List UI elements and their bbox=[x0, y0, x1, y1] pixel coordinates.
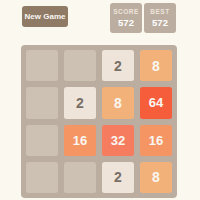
empty-cell bbox=[64, 162, 96, 193]
best-value: 572 bbox=[152, 18, 168, 28]
tile-2: 2 bbox=[102, 50, 134, 81]
best-label: BEST bbox=[150, 9, 169, 16]
tile-32: 32 bbox=[102, 125, 134, 156]
tile-16: 16 bbox=[140, 125, 172, 156]
tile-2: 2 bbox=[102, 162, 134, 193]
new-game-button[interactable]: New Game bbox=[22, 6, 68, 27]
empty-cell bbox=[26, 87, 58, 118]
empty-cell bbox=[26, 162, 58, 193]
empty-cell bbox=[26, 125, 58, 156]
score-box: SCORE 572 bbox=[110, 3, 142, 33]
tile-8: 8 bbox=[102, 87, 134, 118]
best-box: BEST 572 bbox=[144, 3, 176, 33]
tile-8: 8 bbox=[140, 50, 172, 81]
score-value: 572 bbox=[118, 18, 134, 28]
score-label: SCORE bbox=[113, 9, 139, 16]
tile-8: 8 bbox=[140, 162, 172, 193]
tile-16: 16 bbox=[64, 125, 96, 156]
empty-cell bbox=[64, 50, 96, 81]
tile-2: 2 bbox=[64, 87, 96, 118]
empty-cell bbox=[26, 50, 58, 81]
tile-64: 64 bbox=[140, 87, 172, 118]
board[interactable]: 28286416321628 bbox=[21, 45, 177, 198]
